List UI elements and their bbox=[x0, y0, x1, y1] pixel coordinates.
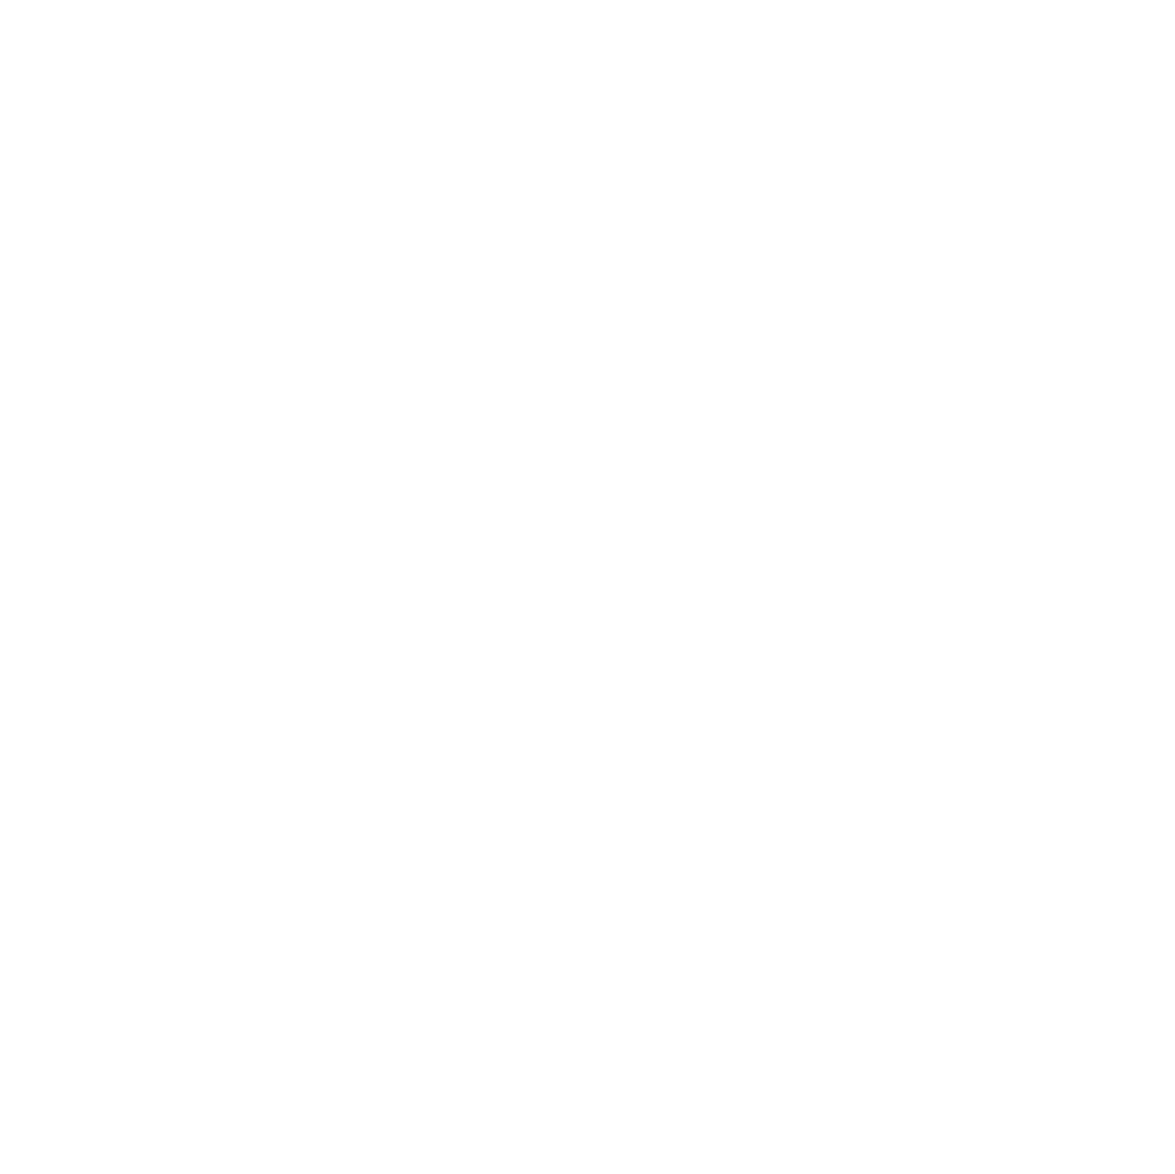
ludo-product-photo bbox=[0, 0, 1175, 1174]
ludo-board-canvas bbox=[0, 0, 1175, 1174]
